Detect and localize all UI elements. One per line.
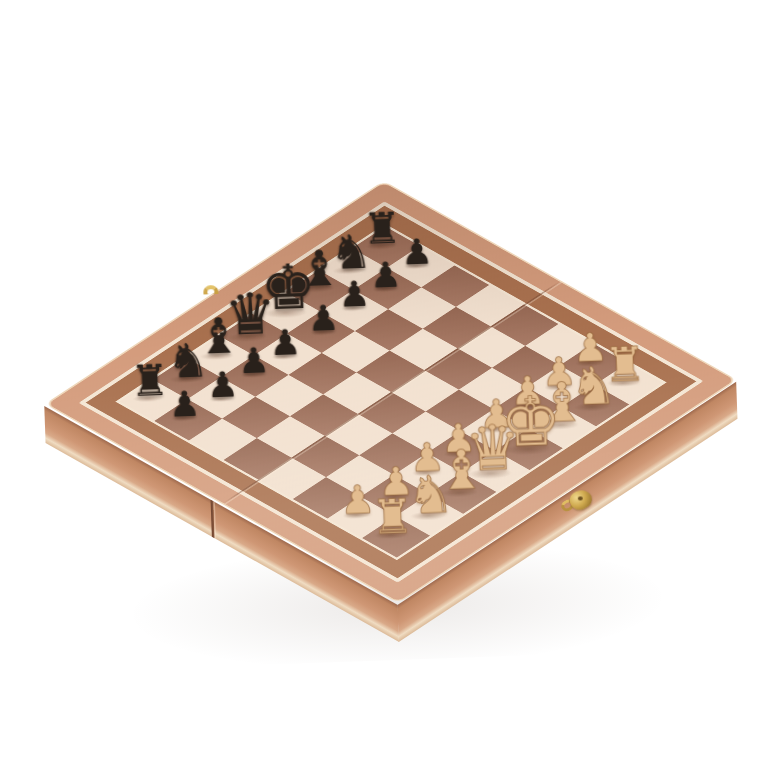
chess-set-product-photo: ♜♞♝♛♚♝♞♜♟♟♟♟♟♟♟♟♟♟♟♟♟♟♟♟♜♞♝♛♚♝♞♜ <box>0 0 760 760</box>
knight-glyph: ♞ <box>166 336 210 384</box>
pawn-glyph: ♟ <box>269 324 302 360</box>
chess-set-assembly: ♜♞♝♛♚♝♞♜♟♟♟♟♟♟♟♟♟♟♟♟♟♟♟♟♜♞♝♛♚♝♞♜ <box>0 0 760 760</box>
pawn-glyph: ♟ <box>370 258 403 294</box>
pawn-glyph: ♟ <box>307 300 340 336</box>
pawn-glyph: ♟ <box>168 386 201 422</box>
rook-glyph: ♜ <box>130 359 170 403</box>
pieces-layer: ♜♞♝♛♚♝♞♜♟♟♟♟♟♟♟♟♟♟♟♟♟♟♟♟♜♞♝♛♚♝♞♜ <box>0 0 746 14</box>
fold-seam-side <box>210 500 214 538</box>
pawn-glyph: ♟ <box>338 276 371 312</box>
pawn-glyph: ♟ <box>238 343 271 379</box>
pawn-glyph: ♟ <box>207 367 240 403</box>
knight-glyph: ♞ <box>406 468 454 522</box>
pawn-glyph: ♟ <box>401 234 434 270</box>
rook-glyph: ♜ <box>370 492 414 540</box>
